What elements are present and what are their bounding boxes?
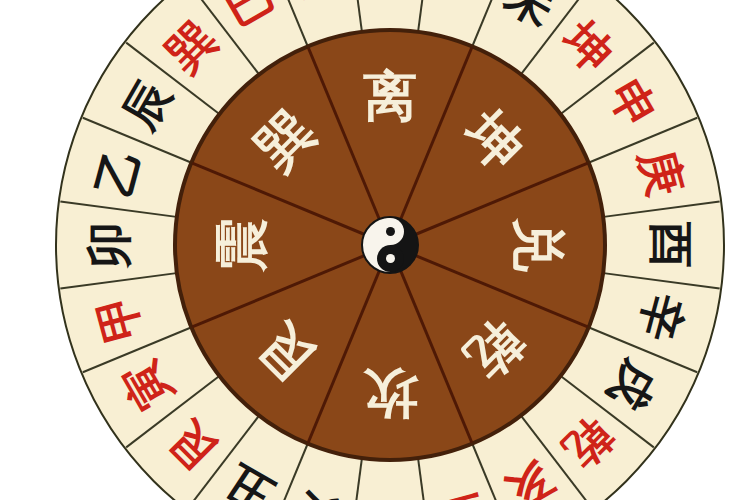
mountain-label-6: 酉 [648, 222, 694, 268]
bagua-wheel: 午丁未坤申庚酉辛戌乾亥壬子癸丑艮寅甲卯乙辰巽巳丙 离坤兑乾坎艮震巽 [0, 0, 750, 500]
trigram-label-2: 兑 [511, 218, 565, 272]
mountain-label-18: 卯 [86, 222, 132, 268]
yin-lobe [377, 245, 404, 272]
trigram-label-0: 离 [363, 70, 417, 124]
yin-dot [386, 227, 395, 236]
trigram-label-6: 震 [215, 218, 269, 272]
trigram-label-4: 坎 [363, 366, 417, 420]
yang-lobe [377, 218, 404, 245]
yin-yang-symbol [361, 216, 419, 274]
yang-dot [386, 254, 395, 263]
